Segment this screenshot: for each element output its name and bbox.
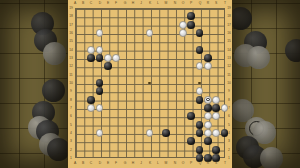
last-move-marker — [206, 98, 210, 102]
coordinate-label: 10 — [227, 81, 231, 84]
coordinate-label: S — [215, 1, 217, 4]
coordinate-label: C — [90, 161, 92, 164]
go-board[interactable]: AABBCCDDEEFFGGHHJJKKLLMMNNOOPPQQRRSSTT19… — [68, 0, 232, 168]
black-stone — [196, 29, 204, 37]
coordinate-label: M — [165, 161, 168, 164]
black-stone — [196, 46, 204, 54]
white-stone — [96, 104, 104, 112]
coordinate-label: 18 — [69, 15, 73, 18]
coordinate-label: B — [82, 161, 84, 164]
coordinate-label: B — [82, 1, 84, 4]
coordinate-label: O — [182, 161, 185, 164]
coordinate-label: G — [123, 1, 126, 4]
coordinate-label: 4 — [228, 131, 230, 134]
coordinate-label: 8 — [228, 98, 230, 101]
black-stone — [204, 54, 212, 62]
coordinate-label: S — [215, 161, 217, 164]
white-stone — [96, 46, 104, 54]
coordinate-label: C — [90, 1, 92, 4]
black-stone — [104, 62, 112, 70]
star-point — [198, 82, 200, 84]
coordinate-label: H — [132, 1, 134, 4]
white-stone — [204, 129, 212, 137]
coordinate-label: 14 — [227, 48, 231, 51]
coordinate-label: 19 — [227, 6, 231, 9]
coordinate-label: L — [157, 1, 159, 4]
coordinate-label: 8 — [70, 98, 72, 101]
coordinate-label: M — [165, 1, 168, 4]
coordinate-label: N — [173, 161, 175, 164]
black-stone — [196, 129, 204, 137]
white-stone — [212, 96, 220, 104]
coordinate-label: P — [190, 161, 192, 164]
coordinate-label: G — [123, 161, 126, 164]
coordinate-label: J — [140, 161, 142, 164]
white-stone — [87, 46, 95, 54]
coordinate-label: A — [73, 161, 75, 164]
coordinate-label: 9 — [70, 90, 72, 93]
black-stone — [187, 21, 195, 29]
coordinate-label: 11 — [69, 73, 72, 76]
coordinate-label: 3 — [70, 140, 72, 143]
coordinate-label: 1 — [70, 156, 72, 159]
coordinate-label: T — [223, 161, 225, 164]
coordinate-label: 13 — [69, 56, 73, 59]
coordinate-label: 7 — [228, 106, 230, 109]
coordinate-label: 2 — [70, 148, 72, 151]
coordinate-label: F — [115, 1, 117, 4]
coordinate-label: E — [107, 161, 109, 164]
white-stone — [212, 129, 220, 137]
white-stone — [204, 112, 212, 120]
black-stone — [204, 137, 212, 145]
coordinate-label: 10 — [69, 81, 73, 84]
black-stone — [196, 146, 204, 154]
coordinate-label: 3 — [228, 140, 230, 143]
coordinate-label: J — [140, 1, 142, 4]
left-vignette — [0, 0, 68, 168]
white-stone — [146, 129, 154, 137]
coordinate-label: 6 — [228, 115, 230, 118]
coordinate-label: R — [207, 1, 209, 4]
coordinate-label: 5 — [228, 123, 230, 126]
coordinate-label: 16 — [69, 31, 73, 34]
coordinate-label: 13 — [227, 56, 231, 59]
white-stone — [179, 29, 187, 37]
coordinate-label: K — [148, 161, 150, 164]
coordinate-label: 5 — [70, 123, 72, 126]
coordinate-label: T — [223, 1, 225, 4]
coordinate-label: E — [107, 1, 109, 4]
black-stone — [196, 121, 204, 129]
coordinate-label: L — [157, 161, 159, 164]
white-stone — [112, 54, 120, 62]
coordinate-label: 15 — [69, 40, 73, 43]
white-stone — [104, 54, 112, 62]
black-stone — [87, 54, 95, 62]
coordinate-label: H — [132, 161, 134, 164]
coordinate-label: 12 — [227, 65, 231, 68]
black-stone — [212, 104, 220, 112]
white-stone — [204, 121, 212, 129]
white-stone — [96, 129, 104, 137]
coordinate-label: 17 — [227, 23, 231, 26]
background-board-left-panel — [0, 0, 68, 168]
coordinate-label: N — [173, 1, 175, 4]
black-stone — [212, 146, 220, 154]
white-stone — [146, 29, 154, 37]
coordinate-label: Q — [198, 161, 201, 164]
coordinate-label: R — [207, 161, 209, 164]
coordinate-label: 7 — [70, 106, 72, 109]
white-stone — [87, 104, 95, 112]
coordinate-label: 9 — [228, 90, 230, 93]
coordinate-label: D — [98, 1, 100, 4]
black-stone — [204, 104, 212, 112]
coordinate-label: P — [190, 1, 192, 4]
coordinate-label: D — [98, 161, 100, 164]
coordinate-label: 16 — [227, 31, 231, 34]
coordinate-label: 19 — [69, 6, 73, 9]
coordinate-label: 12 — [69, 65, 73, 68]
coordinate-label: O — [182, 1, 185, 4]
coordinate-label: 6 — [70, 115, 72, 118]
coordinate-label: 2 — [228, 148, 230, 151]
coordinate-label: 15 — [227, 40, 231, 43]
white-stone — [204, 62, 212, 70]
background-board-right-panel — [232, 0, 300, 168]
go-app-window: AABBCCDDEEFFGGHHJJKKLLMMNNOOPPQQRRSSTT19… — [0, 0, 300, 168]
white-stone — [179, 21, 187, 29]
black-stone — [162, 129, 170, 137]
star-point — [148, 82, 150, 84]
white-stone — [204, 96, 212, 104]
coordinate-label: 4 — [70, 131, 72, 134]
coordinate-label: K — [148, 1, 150, 4]
coordinate-label: A — [73, 1, 75, 4]
coordinate-label: 1 — [228, 156, 230, 159]
black-stone — [87, 96, 95, 104]
black-stone — [196, 96, 204, 104]
coordinate-label: F — [115, 161, 117, 164]
coordinate-label: 17 — [69, 23, 73, 26]
black-stone — [96, 79, 104, 87]
coordinate-label: Q — [198, 1, 201, 4]
coordinate-label: 18 — [227, 15, 231, 18]
black-stone — [96, 54, 104, 62]
right-vignette — [232, 0, 300, 168]
white-stone — [96, 29, 104, 37]
coordinate-label: 14 — [69, 48, 73, 51]
coordinate-label: 11 — [227, 73, 230, 76]
